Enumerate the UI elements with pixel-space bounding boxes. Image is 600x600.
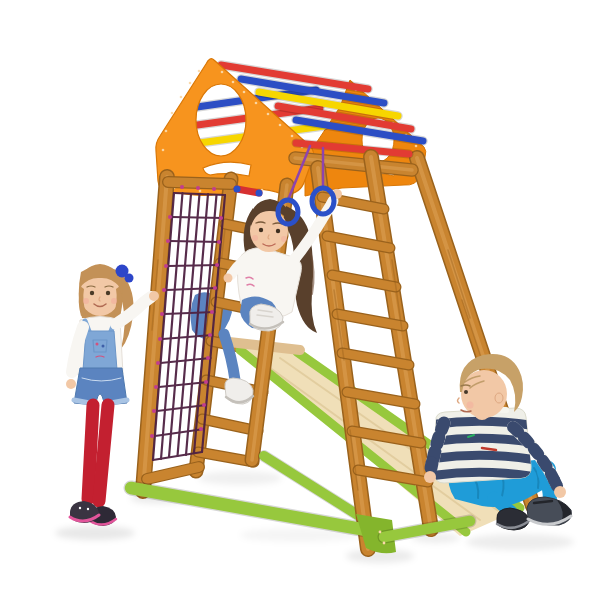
standing-girl-raised-hand	[149, 291, 159, 301]
standing-girl-left-leg	[88, 405, 93, 499]
sitting-boy-right-hand	[424, 471, 436, 483]
standing-girl-lowered-hand	[66, 379, 76, 389]
standing-girl-bib	[83, 331, 117, 370]
standing-girl-right-leg	[99, 405, 108, 501]
product-photo-canvas	[0, 0, 600, 600]
climbing-frame-photo	[0, 0, 600, 600]
sitting-boy-ear	[495, 393, 503, 403]
sitting-boy-left-hand	[554, 486, 566, 498]
